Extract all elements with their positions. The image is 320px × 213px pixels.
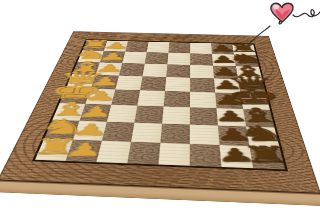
- square-f4: [134, 106, 163, 124]
- heart-squiggle: [293, 10, 320, 17]
- heart-doodle: [240, 0, 320, 55]
- square-f7: [216, 108, 246, 126]
- square-b4: [145, 52, 169, 64]
- square-a4: [147, 42, 170, 53]
- square-h8: [249, 146, 285, 169]
- chess-set-photo: ♜♞♝♛♚♝♞♜♟♟♟♟♟♟♟♟♟♟♟♟♟♟♟♟♜♞♝♛♚♝♞♜: [0, 0, 320, 213]
- square-g8: [246, 127, 279, 148]
- heart-highlight: [273, 5, 279, 10]
- square-h6: [190, 144, 222, 167]
- square-d4: [140, 76, 166, 91]
- square-g6: [190, 125, 220, 145]
- heart-doodle-tail: [250, 26, 270, 43]
- square-g3: [102, 122, 134, 142]
- square-b5: [167, 53, 190, 65]
- square-d5: [165, 77, 190, 92]
- square-g5: [160, 124, 190, 144]
- square-f8: [243, 109, 274, 127]
- square-h4: [127, 142, 160, 165]
- square-g7: [218, 126, 249, 147]
- chess-board: ♜♞♝♛♚♝♞♜♟♟♟♟♟♟♟♟♟♟♟♟♟♟♟♟♜♞♝♛♚♝♞♜: [0, 31, 320, 206]
- square-h3: [96, 141, 131, 164]
- square-h7: [220, 145, 254, 168]
- square-g4: [131, 123, 162, 143]
